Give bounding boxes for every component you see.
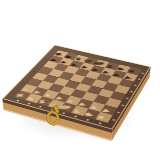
pawn-glyph: ♟ (48, 58, 57, 61)
board-square (59, 86, 75, 95)
board-square (21, 84, 38, 93)
board-square (95, 112, 112, 123)
pawn-glyph: ♟ (101, 71, 111, 74)
board-square (37, 81, 53, 90)
board-square (27, 78, 43, 87)
brass-clasp (45, 106, 63, 126)
board-square (42, 90, 59, 100)
pawn-glyph: ♟ (90, 68, 100, 71)
board-square (105, 98, 121, 108)
board-square (98, 88, 114, 98)
perspective-scene: ♜♞♝♛♚♝♞♜♟♟♟♟♟♟♟♟♟♟♟♟♟♟♟♟♜♞♝♛♚♝♞♜ (0, 0, 160, 160)
board-square (25, 93, 42, 103)
board-square (37, 96, 54, 106)
board-square (31, 87, 48, 96)
pawn-glyph: ♟ (59, 61, 68, 64)
pawn-glyph: ♟ (111, 73, 121, 76)
board-square (114, 85, 130, 94)
board-square (82, 92, 98, 102)
pawn-glyph: ♟ (122, 76, 132, 79)
board-square (93, 95, 109, 105)
board-square (103, 82, 119, 91)
board-square (87, 86, 103, 95)
board-square (100, 105, 117, 115)
board-square (83, 109, 100, 120)
board-square (71, 106, 88, 116)
board-square (65, 96, 82, 106)
pawn-glyph: ♟ (79, 66, 88, 69)
board-square (54, 93, 71, 103)
board-square (48, 83, 64, 92)
rook-glyph: ♜ (125, 69, 137, 73)
pawn-glyph: ♟ (69, 63, 78, 66)
board-square (77, 99, 94, 109)
product-photo-chess-set: ♜♞♝♛♚♝♞♜♟♟♟♟♟♟♟♟♟♟♟♟♟♟♟♟♜♞♝♛♚♝♞♜ (0, 0, 160, 160)
board-square (76, 83, 92, 92)
board-square (14, 90, 31, 100)
board-square (92, 79, 108, 88)
board-square (110, 91, 126, 101)
folding-chess-board: ♜♞♝♛♚♝♞♜♟♟♟♟♟♟♟♟♟♟♟♟♟♟♟♟♜♞♝♛♚♝♞♜ (2, 45, 150, 129)
board-square (88, 102, 105, 112)
board-square (70, 89, 86, 99)
